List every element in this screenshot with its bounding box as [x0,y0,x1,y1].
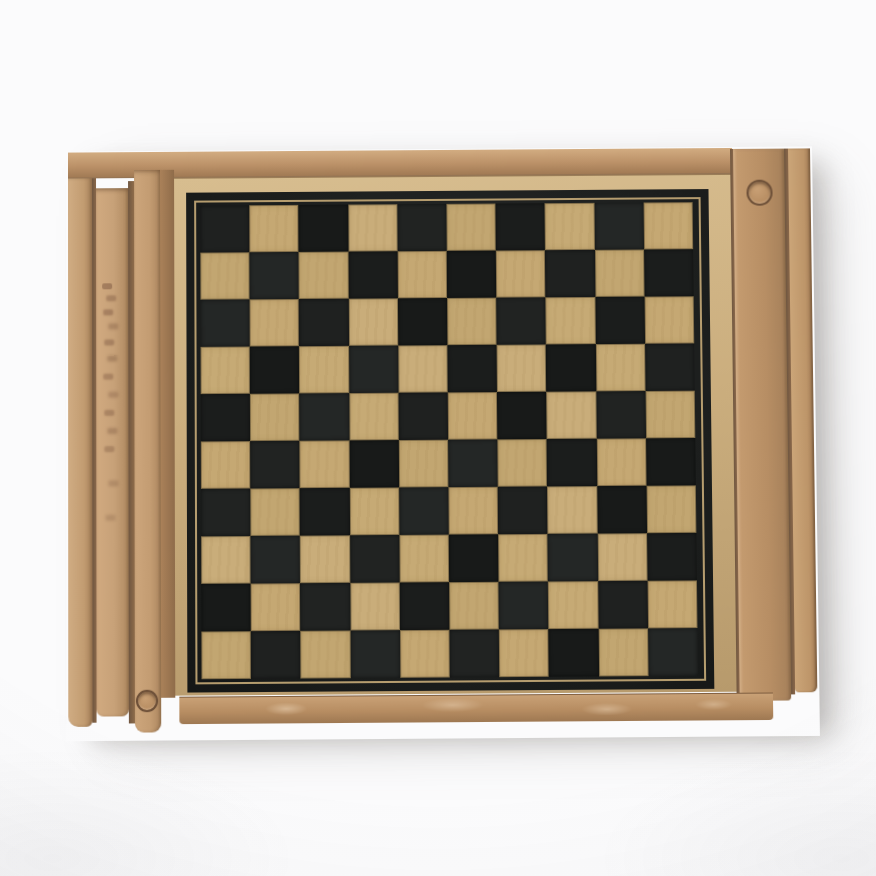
square-r9c8[interactable] [548,581,598,629]
square-r4c10[interactable] [645,343,695,391]
square-r9c9[interactable] [598,581,648,629]
square-r7c2[interactable] [250,488,300,536]
square-r10c6[interactable] [449,629,499,677]
square-r6c1[interactable] [201,441,251,489]
square-r6c2[interactable] [250,441,300,489]
square-r9c10[interactable] [647,580,697,628]
square-r3c1[interactable] [200,299,249,347]
square-r7c9[interactable] [597,486,647,534]
square-r10c10[interactable] [648,628,698,676]
square-r1c2[interactable] [249,205,298,252]
square-r3c5[interactable] [398,298,448,346]
square-r7c1[interactable] [201,488,251,536]
square-r10c5[interactable] [400,630,450,678]
right-slide-rail [733,149,791,701]
left-recess [160,170,175,698]
square-r2c3[interactable] [299,252,349,299]
square-r6c4[interactable] [349,440,399,488]
square-r2c1[interactable] [200,252,249,299]
square-r3c2[interactable] [250,299,300,347]
square-r4c3[interactable] [299,346,349,394]
square-r4c2[interactable] [250,346,300,394]
square-r8c7[interactable] [498,534,548,582]
square-r1c4[interactable] [348,204,398,251]
square-r2c5[interactable] [397,251,447,298]
square-r5c3[interactable] [299,393,349,441]
square-r8c8[interactable] [548,534,598,582]
square-r8c4[interactable] [350,535,400,583]
square-r6c9[interactable] [596,438,646,486]
square-r5c9[interactable] [596,391,646,439]
square-r3c6[interactable] [447,298,497,346]
square-r5c6[interactable] [448,392,498,440]
square-r6c8[interactable] [547,439,597,487]
square-r9c6[interactable] [449,582,499,630]
square-r7c8[interactable] [547,486,597,534]
square-r1c3[interactable] [299,205,349,252]
square-r7c4[interactable] [349,487,399,535]
square-r1c10[interactable] [643,202,693,249]
square-r1c7[interactable] [496,203,546,250]
square-r3c9[interactable] [595,297,645,345]
square-r10c3[interactable] [301,630,351,678]
square-r5c10[interactable] [645,391,695,439]
square-r6c7[interactable] [498,439,548,487]
square-r8c6[interactable] [449,534,499,582]
square-r9c7[interactable] [499,581,549,629]
square-r4c1[interactable] [201,347,251,395]
square-r7c5[interactable] [399,487,449,535]
frame-left-edge [68,178,93,727]
frame-bottom-rail [179,693,773,725]
square-r1c1[interactable] [200,205,249,252]
square-r2c4[interactable] [348,251,398,298]
square-r5c2[interactable] [250,393,300,441]
square-r3c7[interactable] [496,297,546,345]
square-r7c7[interactable] [498,486,548,534]
square-r9c2[interactable] [251,583,301,631]
square-r3c3[interactable] [299,299,349,347]
square-r7c6[interactable] [448,487,498,535]
square-r8c1[interactable] [201,536,251,584]
square-r9c1[interactable] [201,584,251,632]
square-r10c4[interactable] [350,630,400,678]
square-r4c6[interactable] [447,345,497,393]
square-r8c2[interactable] [251,536,301,584]
square-r1c5[interactable] [397,204,447,251]
square-r7c10[interactable] [646,485,696,533]
checkers-grid [200,202,698,679]
square-r3c10[interactable] [644,296,694,344]
square-r2c10[interactable] [644,249,694,296]
left-slide-rail [134,170,161,733]
square-r10c2[interactable] [251,631,301,679]
square-r4c7[interactable] [497,344,547,392]
square-r4c4[interactable] [349,345,399,393]
sliding-lid-plank [96,188,129,716]
square-r3c8[interactable] [546,297,596,345]
square-r2c7[interactable] [496,250,546,297]
square-r4c9[interactable] [595,344,645,392]
thumb-hole-top-right [746,180,772,206]
square-r2c9[interactable] [595,250,645,297]
square-r7c3[interactable] [300,488,350,536]
square-r4c5[interactable] [398,345,448,393]
square-r9c4[interactable] [350,582,400,630]
stamp-marks [102,283,112,289]
square-r10c7[interactable] [499,629,549,677]
square-r10c1[interactable] [201,631,251,679]
square-r1c9[interactable] [594,202,644,249]
wooden-games-box [66,146,820,741]
square-r5c5[interactable] [398,392,448,440]
square-r5c1[interactable] [201,394,251,442]
square-r9c5[interactable] [400,582,450,630]
square-r8c10[interactable] [647,533,697,581]
square-r8c3[interactable] [300,535,350,583]
square-r6c3[interactable] [300,440,350,488]
thumb-hole-bottom-left [136,690,158,713]
square-r5c8[interactable] [547,391,597,439]
square-r5c7[interactable] [497,392,547,440]
square-r2c2[interactable] [250,252,300,299]
square-r9c3[interactable] [300,583,350,631]
square-r6c6[interactable] [448,439,498,487]
square-r10c9[interactable] [598,628,648,676]
square-r6c10[interactable] [646,438,696,486]
product-photo [0,0,876,876]
square-r1c6[interactable] [446,204,496,251]
square-r6c5[interactable] [399,440,449,488]
square-r8c5[interactable] [399,535,449,583]
square-r4c8[interactable] [546,344,596,392]
square-r8c9[interactable] [597,533,647,581]
board-panel [174,174,737,696]
square-r5c4[interactable] [349,393,399,441]
board-field [186,189,714,693]
square-r2c8[interactable] [545,250,595,297]
square-r1c8[interactable] [545,203,595,250]
square-r10c8[interactable] [549,629,599,677]
square-r3c4[interactable] [348,298,398,346]
square-r2c6[interactable] [447,251,497,298]
